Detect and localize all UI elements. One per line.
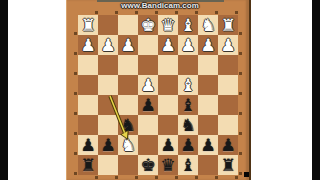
square-h8[interactable]: ♜ [78, 155, 98, 175]
square-g1[interactable] [98, 15, 118, 35]
piece-black-pawn-h7: ♟ [78, 135, 98, 155]
square-g2[interactable]: ♟ [98, 35, 118, 55]
square-c5[interactable]: ♝ [178, 95, 198, 115]
square-h6[interactable] [78, 115, 98, 135]
square-e7[interactable] [138, 135, 158, 155]
square-b5[interactable] [198, 95, 218, 115]
square-c4[interactable]: ♝ [178, 75, 198, 95]
square-d6[interactable] [158, 115, 178, 135]
square-c8[interactable]: ♝ [178, 155, 198, 175]
piece-white-rook-h1: ♜ [78, 15, 98, 35]
square-e1[interactable]: ♚ [138, 15, 158, 35]
square-b1[interactable]: ♞ [198, 15, 218, 35]
piece-black-pawn-a7: ♟ [218, 135, 238, 155]
square-h7[interactable]: ♟ [78, 135, 98, 155]
square-a3[interactable] [218, 55, 238, 75]
piece-black-rook-a8: ♜ [218, 155, 238, 175]
piece-black-knight-f6: ♞ [118, 115, 138, 135]
square-h4[interactable] [78, 75, 98, 95]
piece-white-pawn-d2: ♟ [158, 35, 178, 55]
piece-black-pawn-c7: ♟ [178, 135, 198, 155]
piece-white-pawn-c2: ♟ [178, 35, 198, 55]
square-e3[interactable] [138, 55, 158, 75]
piece-white-knight-b1: ♞ [198, 15, 218, 35]
square-e8[interactable]: ♚ [138, 155, 158, 175]
chess-board: ♜♚♛♝♞♜♟♟♟♟♟♟♟♟♝♟♝♞♞♟♟♞♟♟♟♟♜♚♛♝♜ [78, 15, 238, 175]
piece-black-queen-d8: ♛ [158, 155, 178, 175]
square-b6[interactable] [198, 115, 218, 135]
square-f5[interactable] [118, 95, 138, 115]
corner-dot [244, 172, 249, 177]
square-a5[interactable] [218, 95, 238, 115]
square-f2[interactable]: ♟ [118, 35, 138, 55]
square-g5[interactable] [98, 95, 118, 115]
square-a7[interactable]: ♟ [218, 135, 238, 155]
letterbox-left [0, 0, 8, 180]
square-e5[interactable]: ♟ [138, 95, 158, 115]
piece-white-pawn-f2: ♟ [118, 35, 138, 55]
piece-white-bishop-c4: ♝ [178, 75, 198, 95]
square-a8[interactable]: ♜ [218, 155, 238, 175]
square-g4[interactable] [98, 75, 118, 95]
piece-white-knight-f7: ♞ [118, 135, 138, 155]
piece-black-rook-h8: ♜ [78, 155, 98, 175]
square-e6[interactable] [138, 115, 158, 135]
square-g7[interactable]: ♟ [98, 135, 118, 155]
square-f4[interactable] [118, 75, 138, 95]
square-c6[interactable]: ♞ [178, 115, 198, 135]
square-d1[interactable]: ♛ [158, 15, 178, 35]
square-g6[interactable] [98, 115, 118, 135]
piece-black-pawn-b7: ♟ [198, 135, 218, 155]
square-a2[interactable]: ♟ [218, 35, 238, 55]
letterbox-right [312, 0, 320, 180]
watermark-text: www.Bandicam.com [95, 1, 225, 10]
piece-black-pawn-e5: ♟ [138, 95, 158, 115]
square-h3[interactable] [78, 55, 98, 75]
square-b3[interactable] [198, 55, 218, 75]
piece-white-bishop-c1: ♝ [178, 15, 198, 35]
piece-white-queen-d1: ♛ [158, 15, 178, 35]
piece-white-pawn-h2: ♟ [78, 35, 98, 55]
square-c7[interactable]: ♟ [178, 135, 198, 155]
square-b4[interactable] [198, 75, 218, 95]
square-d5[interactable] [158, 95, 178, 115]
square-f3[interactable] [118, 55, 138, 75]
square-f6[interactable]: ♞ [118, 115, 138, 135]
piece-white-pawn-b2: ♟ [198, 35, 218, 55]
square-c2[interactable]: ♟ [178, 35, 198, 55]
square-e2[interactable] [138, 35, 158, 55]
piece-white-pawn-a2: ♟ [218, 35, 238, 55]
square-f7[interactable]: ♞ [118, 135, 138, 155]
piece-white-pawn-g2: ♟ [98, 35, 118, 55]
square-h2[interactable]: ♟ [78, 35, 98, 55]
piece-white-king-e1: ♚ [138, 15, 158, 35]
square-d7[interactable]: ♟ [158, 135, 178, 155]
piece-white-pawn-e4: ♟ [138, 75, 158, 95]
square-d4[interactable] [158, 75, 178, 95]
piece-black-bishop-c5: ♝ [178, 95, 198, 115]
square-d3[interactable] [158, 55, 178, 75]
piece-white-rook-a1: ♜ [218, 15, 238, 35]
square-f1[interactable] [118, 15, 138, 35]
square-h1[interactable]: ♜ [78, 15, 98, 35]
square-g8[interactable] [98, 155, 118, 175]
square-h5[interactable] [78, 95, 98, 115]
square-b2[interactable]: ♟ [198, 35, 218, 55]
square-c3[interactable] [178, 55, 198, 75]
piece-black-knight-c6: ♞ [178, 115, 198, 135]
piece-black-pawn-d7: ♟ [158, 135, 178, 155]
square-e4[interactable]: ♟ [138, 75, 158, 95]
square-a4[interactable] [218, 75, 238, 95]
square-b7[interactable]: ♟ [198, 135, 218, 155]
square-d8[interactable]: ♛ [158, 155, 178, 175]
piece-black-bishop-c8: ♝ [178, 155, 198, 175]
square-a1[interactable]: ♜ [218, 15, 238, 35]
square-d2[interactable]: ♟ [158, 35, 178, 55]
screenshot-stage: ♜♚♛♝♞♜♟♟♟♟♟♟♟♟♝♟♝♞♞♟♟♞♟♟♟♟♜♚♛♝♜ www.Band… [0, 0, 320, 180]
piece-black-king-e8: ♚ [138, 155, 158, 175]
square-g3[interactable] [98, 55, 118, 75]
square-a6[interactable] [218, 115, 238, 135]
piece-black-pawn-g7: ♟ [98, 135, 118, 155]
square-f8[interactable] [118, 155, 138, 175]
square-c1[interactable]: ♝ [178, 15, 198, 35]
square-b8[interactable] [198, 155, 218, 175]
